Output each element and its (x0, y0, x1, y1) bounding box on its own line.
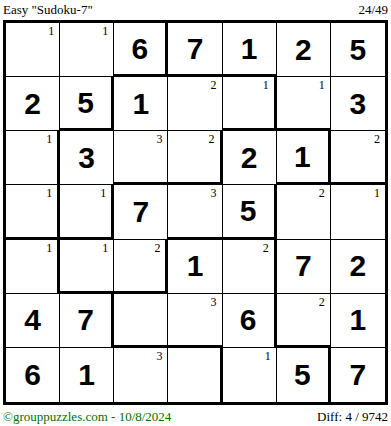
pencil-mark: 2 (211, 79, 217, 91)
pencil-mark: 1 (46, 187, 52, 199)
sudoku-cell-r5c1[interactable]: 1 (6, 240, 60, 294)
pencil-mark: 1 (265, 350, 271, 362)
given-digit: 7 (277, 240, 330, 293)
pencil-mark: 2 (154, 242, 160, 254)
pencil-mark: 1 (46, 133, 52, 145)
given-digit: 2 (277, 23, 330, 76)
given-digit: 1 (168, 240, 221, 293)
given-digit: 7 (114, 185, 167, 238)
sudoku-cell-r5c5[interactable]: 2 (223, 240, 277, 294)
given-digit: 1 (223, 23, 276, 74)
difficulty-text: Diff: 4 / 9742 (317, 409, 388, 425)
sudoku-cell-r4c7[interactable]: 1 (331, 185, 385, 239)
pencil-mark: 2 (319, 296, 325, 308)
footer: ©grouppuzzles.com - 10/8/2024 Diff: 4 / … (0, 407, 391, 425)
sudoku-cell-r5c7[interactable]: 2 (331, 240, 385, 294)
pencil-mark: 3 (156, 133, 162, 145)
given-digit: 7 (331, 348, 385, 402)
sudoku-cell-r3c6[interactable]: 1 (277, 131, 331, 185)
sudoku-cell-r7c7[interactable]: 7 (331, 348, 385, 402)
pencil-mark: 1 (48, 25, 54, 37)
sudoku-cell-r6c2[interactable]: 7 (60, 294, 114, 348)
sudoku-cell-r5c6[interactable]: 7 (277, 240, 331, 294)
progress-counter: 24/49 (358, 2, 388, 18)
given-digit: 3 (331, 77, 385, 130)
sudoku-cell-r6c4[interactable]: 3 (168, 294, 222, 348)
copyright-text: ©grouppuzzles.com - 10/8/2024 (3, 409, 171, 425)
given-digit: 2 (223, 131, 276, 184)
pencil-mark: 1 (319, 79, 325, 91)
given-digit: 3 (60, 131, 113, 184)
given-digit: 6 (114, 23, 165, 74)
sudoku-cell-r1c6[interactable]: 2 (277, 23, 331, 77)
sudoku-cell-r6c5[interactable]: 6 (223, 294, 277, 348)
sudoku-cell-r6c7[interactable]: 1 (331, 294, 385, 348)
given-digit: 5 (223, 185, 274, 236)
given-digit: 7 (60, 294, 111, 347)
sudoku-cell-r2c4[interactable]: 2 (168, 77, 222, 131)
pencil-mark: 2 (209, 133, 215, 145)
puzzle-page: Easy "Sudoku-7" 24/49 116712525121131332… (0, 0, 391, 426)
sudoku-cell-r1c3[interactable]: 6 (114, 23, 168, 77)
given-digit: 7 (168, 23, 221, 74)
sudoku-board: 1167125251211313322121173521112127247362… (3, 20, 388, 405)
sudoku-cell-r6c3[interactable] (114, 294, 168, 348)
given-digit: 2 (6, 77, 59, 130)
header: Easy "Sudoku-7" 24/49 (0, 1, 391, 19)
given-digit: 4 (6, 294, 59, 347)
sudoku-cell-r5c4[interactable]: 1 (168, 240, 222, 294)
puzzle-title: Easy "Sudoku-7" (3, 2, 93, 18)
given-digit: 5 (331, 23, 385, 76)
sudoku-cell-r4c4[interactable]: 3 (168, 185, 222, 239)
given-digit: 5 (60, 77, 111, 128)
sudoku-cell-r3c5[interactable]: 2 (223, 131, 277, 185)
sudoku-cell-r4c2[interactable]: 1 (60, 185, 114, 239)
sudoku-cell-r1c7[interactable]: 5 (331, 23, 385, 77)
pencil-mark: 1 (102, 25, 108, 37)
sudoku-cell-r4c6[interactable]: 2 (277, 185, 331, 239)
sudoku-cell-r7c5[interactable]: 1 (223, 348, 277, 402)
sudoku-cell-r4c1[interactable]: 1 (6, 185, 60, 239)
given-digit: 1 (60, 348, 113, 402)
sudoku-cell-r6c1[interactable]: 4 (6, 294, 60, 348)
sudoku-cell-r5c2[interactable]: 1 (60, 240, 114, 294)
sudoku-cell-r4c5[interactable]: 5 (223, 185, 277, 239)
sudoku-cell-r3c7[interactable]: 2 (331, 131, 385, 185)
given-digit: 6 (223, 294, 274, 347)
pencil-mark: 2 (374, 133, 380, 145)
sudoku-cell-r7c4[interactable] (168, 348, 222, 402)
pencil-mark: 1 (100, 187, 106, 199)
sudoku-cell-r3c4[interactable]: 2 (168, 131, 222, 185)
sudoku-cell-r2c3[interactable]: 1 (114, 77, 168, 131)
sudoku-cell-r4c3[interactable]: 7 (114, 185, 168, 239)
given-digit: 2 (331, 240, 385, 293)
sudoku-cell-r3c3[interactable]: 3 (114, 131, 168, 185)
sudoku-cell-r2c1[interactable]: 2 (6, 77, 60, 131)
sudoku-cell-r1c2[interactable]: 1 (60, 23, 114, 77)
sudoku-cell-r1c5[interactable]: 1 (223, 23, 277, 77)
given-digit: 1 (114, 77, 167, 130)
given-digit: 6 (6, 348, 59, 402)
pencil-mark: 1 (102, 242, 108, 254)
pencil-mark: 2 (263, 242, 269, 254)
pencil-mark: 1 (374, 187, 380, 199)
pencil-mark: 1 (263, 79, 269, 91)
sudoku-cell-r2c6[interactable]: 1 (277, 77, 331, 131)
given-digit: 1 (331, 294, 385, 347)
sudoku-cell-r6c6[interactable]: 2 (277, 294, 331, 348)
pencil-mark: 3 (211, 296, 217, 308)
pencil-mark: 1 (46, 242, 52, 254)
sudoku-cell-r7c3[interactable]: 3 (114, 348, 168, 402)
pencil-mark: 2 (319, 187, 325, 199)
sudoku-cell-r5c3[interactable]: 2 (114, 240, 168, 294)
sudoku-cell-r1c1[interactable]: 1 (6, 23, 60, 77)
pencil-mark: 3 (211, 187, 217, 199)
given-digit: 5 (277, 348, 328, 402)
pencil-mark: 3 (156, 350, 162, 362)
given-digit: 1 (277, 131, 328, 182)
sudoku-cell-r2c5[interactable]: 1 (223, 77, 277, 131)
sudoku-cell-r2c2[interactable]: 5 (60, 77, 114, 131)
sudoku-cell-r7c6[interactable]: 5 (277, 348, 331, 402)
sudoku-cell-r3c1[interactable]: 1 (6, 131, 60, 185)
sudoku-cell-r1c4[interactable]: 7 (168, 23, 222, 77)
sudoku-cell-r7c1[interactable]: 6 (6, 348, 60, 402)
sudoku-cell-r3c2[interactable]: 3 (60, 131, 114, 185)
sudoku-cell-r7c2[interactable]: 1 (60, 348, 114, 402)
sudoku-cell-r2c7[interactable]: 3 (331, 77, 385, 131)
